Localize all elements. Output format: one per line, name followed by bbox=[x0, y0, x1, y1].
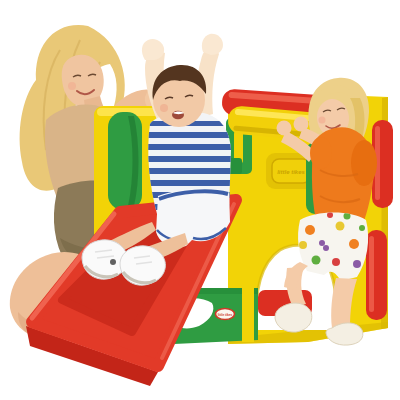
girl-shoe-left bbox=[275, 303, 312, 332]
boy-sneaker-right bbox=[120, 246, 165, 285]
girl-sleeve-left bbox=[310, 137, 332, 169]
boy-blush bbox=[160, 104, 168, 112]
girl-fist-right bbox=[294, 117, 309, 132]
logo-text: little tikes bbox=[218, 313, 233, 317]
girl-blush bbox=[319, 117, 326, 124]
base-yellow-pole bbox=[242, 288, 254, 342]
red-handle-lower-highlight bbox=[369, 236, 374, 312]
girl-sleeve-right bbox=[351, 140, 377, 186]
woman-blush bbox=[68, 82, 76, 90]
girl-fist-left bbox=[277, 121, 292, 136]
product-photo: little tikes bbox=[0, 0, 400, 400]
boy-sneaker-left-logo bbox=[110, 259, 116, 265]
scene-illustration: little tikes bbox=[0, 0, 400, 400]
brand-logo-oval: little tikes bbox=[216, 309, 235, 320]
plaque-text: little tikes bbox=[277, 169, 305, 175]
